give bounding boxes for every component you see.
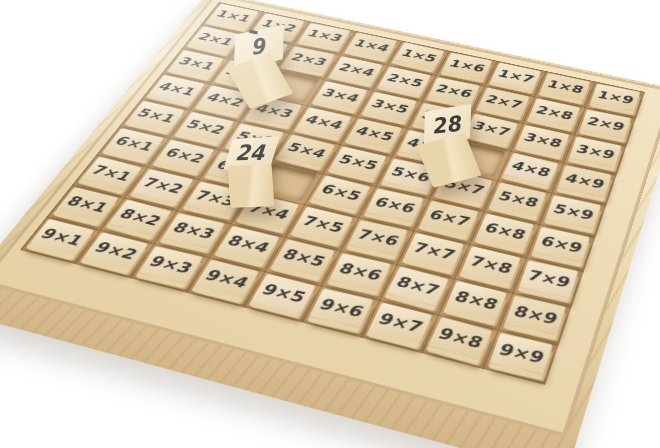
tile-label: 8×3 (169, 219, 219, 242)
tile-label: 1×6 (446, 57, 487, 74)
tile-label: 2×5 (384, 71, 426, 89)
tile-label: 8×1 (62, 193, 112, 216)
multiplication-board: 1×11×21×31×41×51×61×71×81×92×12×22×32×42… (20, 2, 645, 385)
tile-label: 6×5 (317, 181, 364, 203)
photo-stage: 1×11×21×31×41×51×61×71×81×92×12×22×32×42… (0, 0, 660, 448)
standing-tile-24-side (228, 164, 275, 207)
tile-label: 1×8 (544, 78, 585, 96)
tile-label: 2×3 (288, 51, 330, 68)
tile-label: 4×5 (352, 124, 397, 144)
standing-tile-24[interactable]: 24 (228, 138, 275, 207)
tile-label: 3×4 (319, 86, 362, 105)
tile-label: 3×7 (469, 119, 513, 139)
tile-label: 4×8 (508, 158, 553, 179)
tile-label: 6×1 (111, 134, 158, 154)
tile-label: 5×9 (550, 201, 596, 223)
tile-label: 5×4 (283, 140, 329, 161)
tile-label: 7×1 (87, 162, 135, 184)
standing-tile-9[interactable]: 9 (234, 30, 284, 104)
tile-label: 5×5 (335, 152, 381, 173)
tile-label: 7×7 (410, 239, 459, 263)
tile-label: 8×6 (335, 260, 385, 284)
tile-label: 4×9 (562, 171, 606, 192)
tile-label: 7×5 (299, 213, 348, 236)
tile-label: 6×2 (161, 145, 208, 166)
tile-label: 2×1 (194, 31, 236, 48)
tile-label: 3×8 (521, 130, 565, 150)
tile-label: 2×8 (533, 103, 575, 122)
tile-label: 5×1 (133, 106, 179, 125)
tile-label: 3×1 (175, 55, 218, 73)
tile-label: 9×9 (496, 340, 548, 367)
tile-label: 9×2 (90, 239, 141, 263)
standing-tile-24-label: 24 (233, 141, 270, 166)
tile-label: 9×3 (145, 253, 196, 277)
tile-label: 8×5 (279, 246, 329, 270)
tile-label: 1×4 (351, 37, 392, 54)
tile-label: 9×8 (434, 324, 486, 352)
tile-label: 8×2 (115, 206, 165, 229)
tile-label: 3×5 (368, 97, 411, 116)
tile-label: 2×9 (585, 115, 627, 134)
tile-label: 2×7 (483, 93, 525, 112)
tile-label: 6×7 (426, 207, 473, 230)
tile-label: 9×1 (36, 225, 87, 249)
tile-label: 8×9 (510, 302, 560, 328)
tile-label: 6×6 (371, 194, 418, 216)
tile-label: 2×6 (433, 82, 475, 100)
tile-label: 9×6 (316, 295, 368, 321)
tile-label: 4×1 (155, 80, 199, 99)
tile-label: 9×4 (201, 266, 253, 291)
standing-tile-28[interactable]: 28 (424, 108, 474, 183)
tile-label: 1×5 (398, 47, 439, 65)
tile-label: 7×6 (354, 226, 402, 249)
tile-label: 4×4 (302, 113, 347, 132)
tile-label: 1×1 (213, 8, 254, 24)
tile-label: 8×4 (223, 232, 273, 256)
tile-label: 7×8 (467, 253, 516, 277)
tile-label: 1×9 (595, 89, 636, 107)
tile-label: 9×7 (374, 310, 426, 337)
tile-label: 1×3 (304, 27, 345, 43)
tile-label: 7×2 (139, 175, 187, 197)
tile-label: 2×4 (335, 61, 377, 79)
tile-label: 1×7 (495, 67, 536, 85)
tile-label: 8×7 (392, 273, 442, 299)
tile-label: 5×2 (183, 117, 229, 137)
tile-label: 5×8 (495, 188, 541, 210)
tile-label: 6×8 (481, 220, 528, 243)
tile-label: 8×8 (451, 288, 501, 314)
tile-label: 3×9 (574, 142, 617, 162)
tile-label: 7×9 (525, 267, 573, 291)
tile-label: 6×9 (538, 233, 585, 256)
tile-label: 9×5 (258, 281, 310, 307)
